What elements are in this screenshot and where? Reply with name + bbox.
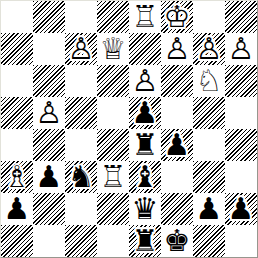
black-bishop-e3: ♝ (132, 161, 159, 193)
square-c5[interactable] (65, 97, 97, 129)
square-c8[interactable] (65, 1, 97, 33)
chess-diagram: ♖♔♙♕♙♙♙♙♘♙♟♜♟♗♟♞♖♝♟♛♟♟♜♚ (0, 0, 258, 258)
white-queen-d7: ♕ (100, 33, 127, 65)
square-e8[interactable]: ♖ (129, 1, 161, 33)
square-f4[interactable]: ♟ (161, 129, 193, 161)
square-f1[interactable]: ♚ (161, 225, 193, 257)
black-king-f1: ♚ (164, 225, 191, 257)
square-e3[interactable]: ♝ (129, 161, 161, 193)
square-g4[interactable] (193, 129, 225, 161)
square-e1[interactable]: ♜ (129, 225, 161, 257)
square-a3[interactable]: ♗ (1, 161, 33, 193)
square-e2[interactable]: ♛ (129, 193, 161, 225)
chess-board: ♖♔♙♕♙♙♙♙♘♙♟♜♟♗♟♞♖♝♟♛♟♟♜♚ (1, 1, 257, 257)
square-a6[interactable] (1, 65, 33, 97)
black-pawn-b3: ♟ (36, 161, 63, 193)
square-b7[interactable] (33, 33, 65, 65)
square-b6[interactable] (33, 65, 65, 97)
square-a7[interactable] (1, 33, 33, 65)
square-a4[interactable] (1, 129, 33, 161)
black-rook-e1: ♜ (132, 225, 159, 257)
square-d4[interactable] (97, 129, 129, 161)
square-c2[interactable] (65, 193, 97, 225)
square-c3[interactable]: ♞ (65, 161, 97, 193)
square-a2[interactable]: ♟ (1, 193, 33, 225)
white-rook-d3: ♖ (100, 161, 127, 193)
black-pawn-e5: ♟ (132, 97, 159, 129)
square-f7[interactable]: ♙ (161, 33, 193, 65)
square-a1[interactable] (1, 225, 33, 257)
square-h7[interactable]: ♙ (225, 33, 257, 65)
white-pawn-f7: ♙ (164, 33, 191, 65)
white-pawn-c7: ♙ (68, 33, 95, 65)
black-pawn-h2: ♟ (228, 193, 255, 225)
square-f3[interactable] (161, 161, 193, 193)
square-d5[interactable] (97, 97, 129, 129)
square-f8[interactable]: ♔ (161, 1, 193, 33)
black-queen-e2: ♛ (132, 193, 159, 225)
square-g2[interactable]: ♟ (193, 193, 225, 225)
square-h1[interactable] (225, 225, 257, 257)
square-e7[interactable] (129, 33, 161, 65)
square-c1[interactable] (65, 225, 97, 257)
square-d6[interactable] (97, 65, 129, 97)
black-pawn-f4: ♟ (164, 129, 191, 161)
square-g7[interactable]: ♙ (193, 33, 225, 65)
square-d3[interactable]: ♖ (97, 161, 129, 193)
square-h3[interactable] (225, 161, 257, 193)
square-e6[interactable]: ♙ (129, 65, 161, 97)
square-g6[interactable]: ♘ (193, 65, 225, 97)
square-c7[interactable]: ♙ (65, 33, 97, 65)
white-rook-e8: ♖ (132, 1, 159, 33)
square-a5[interactable] (1, 97, 33, 129)
square-d8[interactable] (97, 1, 129, 33)
black-pawn-g2: ♟ (196, 193, 223, 225)
white-pawn-h7: ♙ (228, 33, 255, 65)
white-pawn-e6: ♙ (132, 65, 159, 97)
square-h8[interactable] (225, 1, 257, 33)
square-f2[interactable] (161, 193, 193, 225)
square-f5[interactable] (161, 97, 193, 129)
white-pawn-g7: ♙ (196, 33, 223, 65)
square-b1[interactable] (33, 225, 65, 257)
square-b8[interactable] (33, 1, 65, 33)
black-rook-e4: ♜ (132, 129, 159, 161)
square-b3[interactable]: ♟ (33, 161, 65, 193)
square-b2[interactable] (33, 193, 65, 225)
square-g8[interactable] (193, 1, 225, 33)
square-d2[interactable] (97, 193, 129, 225)
square-h6[interactable] (225, 65, 257, 97)
square-c6[interactable] (65, 65, 97, 97)
square-h5[interactable] (225, 97, 257, 129)
square-d1[interactable] (97, 225, 129, 257)
square-h2[interactable]: ♟ (225, 193, 257, 225)
white-pawn-b5: ♙ (36, 97, 63, 129)
square-h4[interactable] (225, 129, 257, 161)
white-king-f8: ♔ (164, 1, 191, 33)
square-e4[interactable]: ♜ (129, 129, 161, 161)
white-bishop-a3: ♗ (4, 161, 31, 193)
white-knight-g6: ♘ (196, 65, 223, 97)
square-g3[interactable] (193, 161, 225, 193)
square-g1[interactable] (193, 225, 225, 257)
square-f6[interactable] (161, 65, 193, 97)
square-c4[interactable] (65, 129, 97, 161)
square-a8[interactable] (1, 1, 33, 33)
square-d7[interactable]: ♕ (97, 33, 129, 65)
square-b5[interactable]: ♙ (33, 97, 65, 129)
square-e5[interactable]: ♟ (129, 97, 161, 129)
black-knight-c3: ♞ (68, 161, 95, 193)
square-b4[interactable] (33, 129, 65, 161)
black-pawn-a2: ♟ (4, 193, 31, 225)
square-g5[interactable] (193, 97, 225, 129)
